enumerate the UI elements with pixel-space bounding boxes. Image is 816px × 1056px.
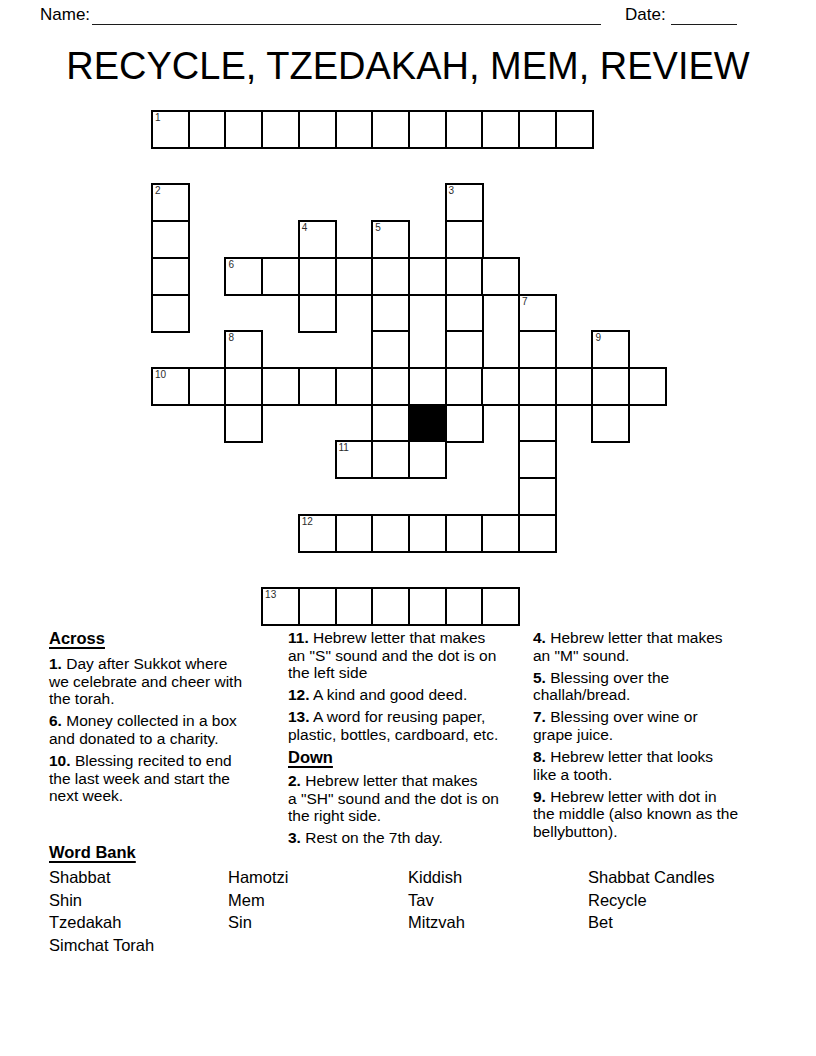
grid-cell-r4c6[interactable] [371, 257, 410, 296]
word-bank-item: Tav [408, 889, 465, 912]
grid-cell-r0c5[interactable] [335, 110, 374, 149]
grid-cell-r13c7[interactable] [408, 587, 447, 626]
word-bank-item: Kiddish [408, 866, 465, 889]
grid-cell-r7c1[interactable] [188, 367, 227, 406]
grid-cell-r6c2[interactable]: 8 [224, 330, 263, 369]
grid-cell-r4c3[interactable] [261, 257, 300, 296]
grid-cell-r0c10[interactable] [518, 110, 557, 149]
grid-cell-r4c2[interactable]: 6 [224, 257, 263, 296]
cell-number-5: 5 [375, 222, 381, 234]
clues-column-2: 11. Hebrew letter that makes an "S" soun… [288, 629, 528, 851]
grid-cell-r6c8[interactable] [445, 330, 484, 369]
page-title: RECYCLE, TZEDAKAH, MEM, REVIEW [0, 46, 816, 86]
black-cell [408, 404, 447, 443]
cell-number-12: 12 [302, 516, 313, 528]
cell-number-10: 10 [155, 369, 166, 381]
grid-cell-r0c6[interactable] [371, 110, 410, 149]
crossword-grid: 12345678910111213 [151, 110, 671, 630]
grid-cell-r6c12[interactable]: 9 [591, 330, 630, 369]
cell-number-4: 4 [302, 222, 308, 234]
grid-cell-r4c5[interactable] [335, 257, 374, 296]
cell-number-7: 7 [522, 296, 528, 308]
grid-cell-r7c12[interactable] [591, 367, 630, 406]
grid-cell-r0c0[interactable]: 1 [151, 110, 190, 149]
cell-number-3: 3 [449, 185, 455, 197]
grid-cell-r13c9[interactable] [481, 587, 520, 626]
grid-cell-r10c10[interactable] [518, 477, 557, 516]
grid-cell-r4c7[interactable] [408, 257, 447, 296]
clue-down-8: 8. Hebrew letter that looks like a tooth… [533, 748, 775, 783]
word-bank-item: Hamotzi [228, 866, 289, 889]
cell-number-6: 6 [228, 259, 234, 271]
name-blank-line[interactable] [92, 10, 601, 25]
grid-cell-r8c6[interactable] [371, 404, 410, 443]
grid-cell-r8c12[interactable] [591, 404, 630, 443]
grid-cell-r0c3[interactable] [261, 110, 300, 149]
grid-cell-r13c8[interactable] [445, 587, 484, 626]
word-bank-item: Tzedakah [49, 911, 154, 934]
word-bank-item: Shabbat Candles [588, 866, 715, 889]
grid-cell-r7c8[interactable] [445, 367, 484, 406]
grid-cell-r7c0[interactable]: 10 [151, 367, 190, 406]
word-bank-item: Bet [588, 911, 715, 934]
grid-cell-r0c4[interactable] [298, 110, 337, 149]
clue-down-3: 3. Rest on the 7th day. [288, 829, 528, 847]
clues-column-1: Across 1. Day after Sukkot where we cele… [49, 629, 287, 809]
word-bank-item: Simchat Torah [49, 934, 154, 957]
cell-number-8: 8 [228, 332, 234, 344]
grid-cell-r7c4[interactable] [298, 367, 337, 406]
grid-cell-r13c5[interactable] [335, 587, 374, 626]
grid-cell-r9c5[interactable]: 11 [335, 440, 374, 479]
grid-cell-r11c8[interactable] [445, 514, 484, 553]
clues-column-3: 4. Hebrew letter that makes an "M" sound… [533, 629, 775, 845]
word-bank-item: Shabbat [49, 866, 154, 889]
across-heading: Across [49, 629, 287, 648]
clue-down-4: 4. Hebrew letter that makes an "M" sound… [533, 629, 775, 664]
clue-down-2: 2. Hebrew letter that makes a "SH" sound… [288, 772, 528, 825]
cell-number-1: 1 [155, 112, 161, 124]
grid-cell-r3c8[interactable] [445, 220, 484, 259]
word-bank-item: Recycle [588, 889, 715, 912]
grid-cell-r7c13[interactable] [628, 367, 667, 406]
grid-cell-r11c5[interactable] [335, 514, 374, 553]
grid-cell-r8c2[interactable] [224, 404, 263, 443]
clue-down-7: 7. Blessing over wine or grape juice. [533, 708, 775, 743]
word-bank-heading: Word Bank [49, 843, 136, 862]
grid-cell-r7c11[interactable] [555, 367, 594, 406]
clue-across-12: 12. A kind and good deed. [288, 686, 528, 704]
down-heading: Down [288, 748, 528, 767]
grid-cell-r11c9[interactable] [481, 514, 520, 553]
cell-number-11: 11 [339, 442, 349, 454]
grid-cell-r3c6[interactable]: 5 [371, 220, 410, 259]
grid-cell-r5c0[interactable] [151, 294, 190, 333]
word-bank-column-2: HamotziMemSin [228, 866, 289, 934]
grid-cell-r7c6[interactable] [371, 367, 410, 406]
grid-cell-r7c5[interactable] [335, 367, 374, 406]
grid-cell-r5c6[interactable] [371, 294, 410, 333]
grid-cell-r13c3[interactable]: 13 [261, 587, 300, 626]
word-bank-item: Shin [49, 889, 154, 912]
grid-cell-r13c4[interactable] [298, 587, 337, 626]
grid-cell-r9c10[interactable] [518, 440, 557, 479]
clue-across-1: 1. Day after Sukkot where we celebrate a… [49, 655, 287, 708]
clue-down-5: 5. Blessing over the challah/bread. [533, 669, 775, 704]
grid-cell-r11c10[interactable] [518, 514, 557, 553]
grid-cell-r13c6[interactable] [371, 587, 410, 626]
clue-down-9: 9. Hebrew letter with dot in the middle … [533, 788, 775, 841]
word-bank-column-3: KiddishTavMitzvah [408, 866, 465, 934]
clue-across-11: 11. Hebrew letter that makes an "S" soun… [288, 629, 528, 682]
grid-cell-r9c6[interactable] [371, 440, 410, 479]
grid-cell-r0c11[interactable] [555, 110, 594, 149]
grid-cell-r7c9[interactable] [481, 367, 520, 406]
clue-across-13: 13. A word for reusing paper, plastic, b… [288, 708, 528, 743]
grid-cell-r4c4[interactable] [298, 257, 337, 296]
grid-cell-r3c4[interactable]: 4 [298, 220, 337, 259]
grid-cell-r11c4[interactable]: 12 [298, 514, 337, 553]
date-blank-line[interactable] [671, 10, 737, 25]
grid-cell-r2c0[interactable]: 2 [151, 183, 190, 222]
word-bank-column-1: ShabbatShinTzedakahSimchat Torah [49, 866, 154, 956]
grid-cell-r7c10[interactable] [518, 367, 557, 406]
date-label: Date: [625, 5, 666, 25]
grid-cell-r7c7[interactable] [408, 367, 447, 406]
clue-across-6: 6. Money collected in a box and donated … [49, 712, 287, 747]
grid-cell-r5c4[interactable] [298, 294, 337, 333]
grid-cell-r9c7[interactable] [408, 440, 447, 479]
grid-cell-r7c2[interactable] [224, 367, 263, 406]
grid-cell-r0c1[interactable] [188, 110, 227, 149]
grid-cell-r11c6[interactable] [371, 514, 410, 553]
grid-cell-r0c9[interactable] [481, 110, 520, 149]
grid-cell-r7c3[interactable] [261, 367, 300, 406]
cell-number-13: 13 [265, 589, 276, 601]
cell-number-2: 2 [155, 185, 161, 197]
grid-cell-r4c9[interactable] [481, 257, 520, 296]
grid-cell-r4c0[interactable] [151, 257, 190, 296]
name-label: Name: [40, 5, 90, 25]
grid-cell-r8c10[interactable] [518, 404, 557, 443]
grid-cell-r0c2[interactable] [224, 110, 263, 149]
cell-number-9: 9 [595, 332, 601, 344]
grid-cell-r4c8[interactable] [445, 257, 484, 296]
word-bank-item: Sin [228, 911, 289, 934]
grid-cell-r3c0[interactable] [151, 220, 190, 259]
grid-cell-r6c10[interactable] [518, 330, 557, 369]
grid-cell-r11c7[interactable] [408, 514, 447, 553]
grid-cell-r6c6[interactable] [371, 330, 410, 369]
grid-cell-r0c8[interactable] [445, 110, 484, 149]
clue-across-10: 10. Blessing recited to end the last wee… [49, 752, 287, 805]
grid-cell-r0c7[interactable] [408, 110, 447, 149]
word-bank-column-4: Shabbat CandlesRecycleBet [588, 866, 715, 934]
word-bank-item: Mitzvah [408, 911, 465, 934]
grid-cell-r5c10[interactable]: 7 [518, 294, 557, 333]
word-bank-item: Mem [228, 889, 289, 912]
grid-cell-r5c8[interactable] [445, 294, 484, 333]
grid-cell-r8c8[interactable] [445, 404, 484, 443]
grid-cell-r2c8[interactable]: 3 [445, 183, 484, 222]
